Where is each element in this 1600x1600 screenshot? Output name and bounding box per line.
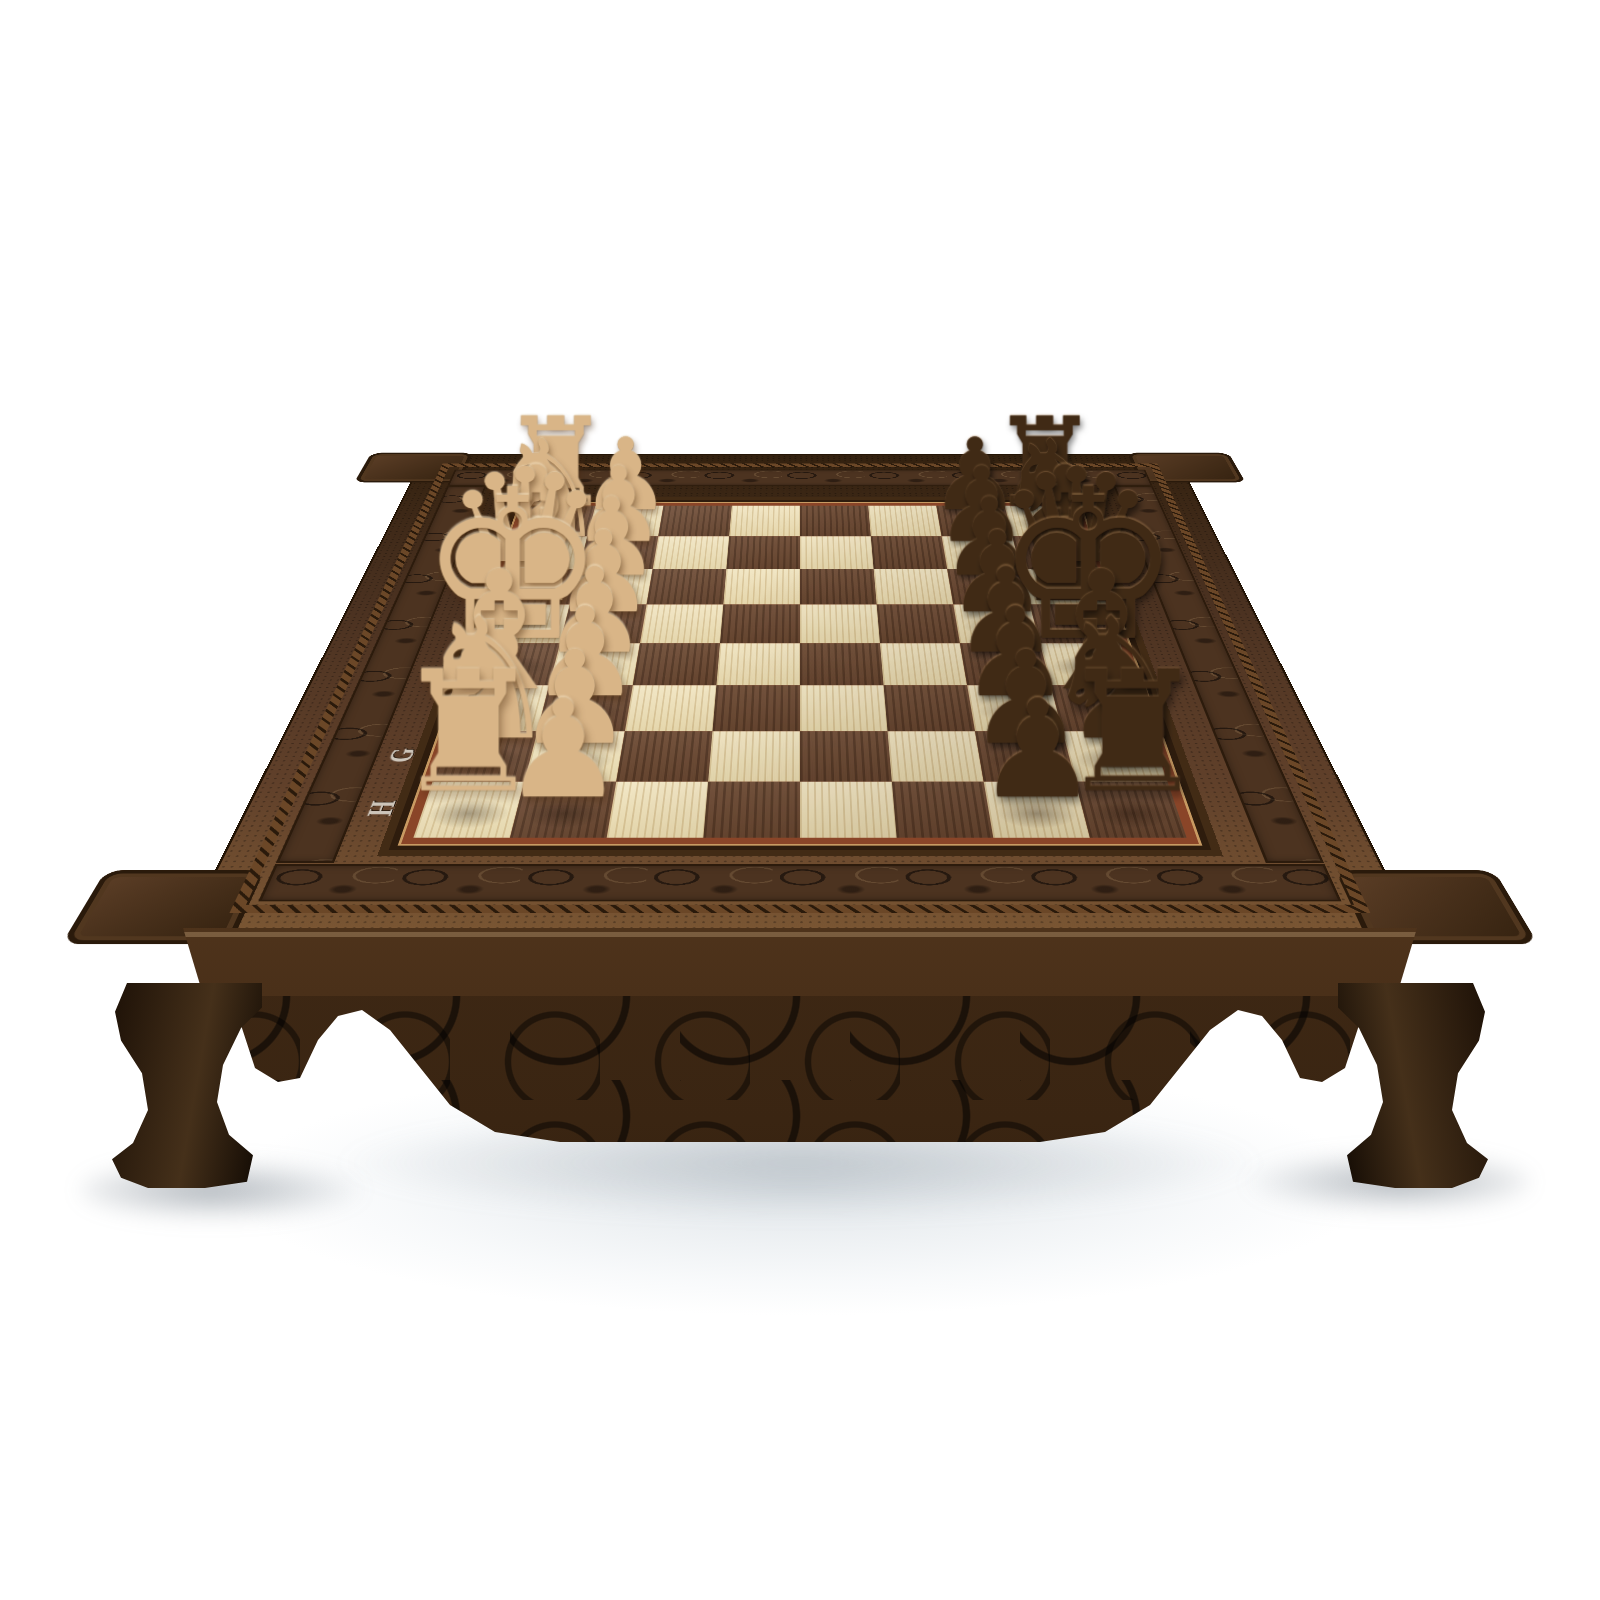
chess-board: ♜♟♟♜♞♟♟♞♝♟♟♝♛♟♟♛♚♟♟♚♝♟♟♝♞♟♟♞♜♟♟♜ — [413, 506, 1186, 838]
table-scene: ♜♟♟♜♞♟♟♞♝♟♟♝♛♟♟♛♚♟♟♚♝♟♟♝♞♟♟♞♜♟♟♜ H G — [0, 0, 1600, 1600]
table-top: ♜♟♟♜♞♟♟♞♝♟♟♝♛♟♟♛♚♟♟♚♝♟♟♝♞♟♟♞♜♟♟♜ H G — [185, 455, 1415, 935]
black-rook[interactable]: ♜ — [1057, 650, 1207, 817]
photo-stage: ♜♟♟♜♞♟♟♞♝♟♟♝♛♟♟♛♚♟♟♚♝♟♟♝♞♟♟♞♜♟♟♜ H G — [0, 0, 1600, 1600]
white-pawn[interactable]: ♟ — [502, 681, 624, 817]
board-inlay-frame: ♜♟♟♜♞♟♟♞♝♟♟♝♛♟♟♛♚♟♟♚♝♟♟♝♞♟♟♞♜♟♟♜ — [389, 500, 1212, 850]
